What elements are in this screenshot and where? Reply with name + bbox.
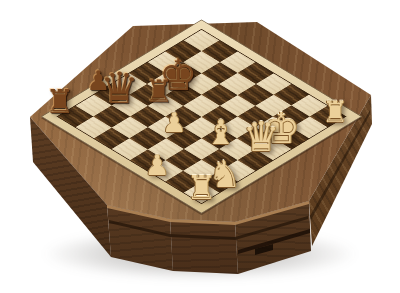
piece-white-rook-h1[interactable]: ♜ <box>187 170 217 203</box>
piece-black-rook-c4[interactable]: ♜ <box>145 77 173 108</box>
piece-white-bishop-f4[interactable]: ♝ <box>205 114 235 148</box>
piece-white-pawn-f1[interactable]: ♟ <box>145 151 170 179</box>
piece-white-queen-g5[interactable]: ♛ <box>243 117 280 158</box>
piece-black-queen-b3[interactable]: ♛ <box>100 67 139 110</box>
piece-white-pawn-d3[interactable]: ♟ <box>162 109 186 136</box>
piece-black-rook-a1[interactable]: ♜ <box>45 84 75 117</box>
piece-white-rook-h8[interactable]: ♜ <box>322 97 348 126</box>
chess-set-photo: ♜♟♛♜♚♟♝♛♚♟♜♞♜ <box>0 0 400 293</box>
